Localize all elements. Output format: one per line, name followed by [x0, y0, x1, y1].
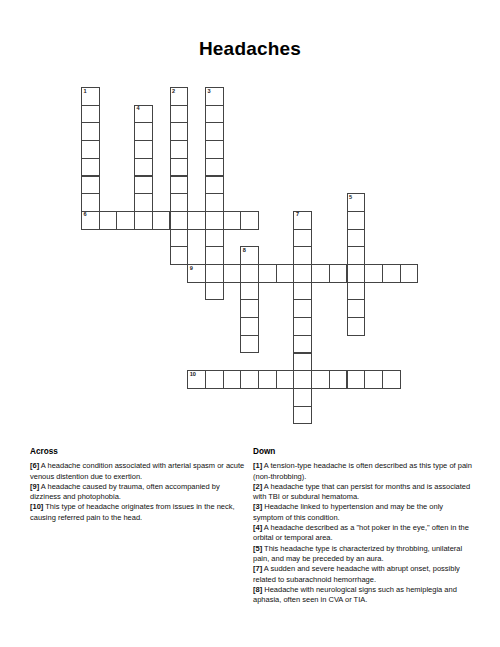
grid-cell-r8c15[interactable] [347, 229, 366, 248]
grid-cell-r8c5[interactable] [170, 229, 189, 248]
grid-cell-r10c6[interactable]: 9 [187, 264, 206, 283]
clue-number-2: 2 [172, 89, 175, 95]
grid-cell-r16c7[interactable] [205, 370, 224, 389]
grid-cell-r12c9[interactable] [240, 299, 259, 318]
grid-cell-r10c12[interactable] [293, 264, 312, 283]
clue-number-7: 7 [296, 212, 299, 218]
grid-cell-r1c3[interactable]: 4 [134, 105, 153, 124]
clue-number-label: [7] [253, 564, 262, 573]
grid-cell-r12c12[interactable] [293, 299, 312, 318]
clue-number-6: 6 [84, 212, 87, 218]
grid-cell-r7c9[interactable] [240, 211, 259, 230]
clue-down-5: [5] This headache type is characterized … [253, 544, 473, 565]
grid-cell-r2c7[interactable] [205, 122, 224, 141]
clue-down-7: [7] A sudden and severe headache with ab… [253, 564, 473, 585]
puzzle-title: Headaches [0, 38, 500, 60]
grid-cell-r3c3[interactable] [134, 140, 153, 159]
grid-cell-r16c13[interactable] [311, 370, 330, 389]
crossword-grid: 12345678910 [81, 87, 419, 425]
grid-cell-r5c3[interactable] [134, 176, 153, 195]
grid-cell-r7c15[interactable] [347, 211, 366, 230]
grid-cell-r13c15[interactable] [347, 317, 366, 336]
crossword-page: Headaches 12345678910 Across [6] A heada… [0, 0, 500, 647]
clue-number-5: 5 [349, 195, 352, 201]
grid-cell-r16c16[interactable] [364, 370, 383, 389]
grid-cell-r13c9[interactable] [240, 317, 259, 336]
grid-cell-r11c9[interactable] [240, 282, 259, 301]
clue-number-8: 8 [243, 248, 246, 254]
grid-cell-r4c0[interactable] [81, 158, 100, 177]
grid-cell-r16c6[interactable]: 10 [187, 370, 206, 389]
clue-number-label: [9] [30, 482, 39, 491]
grid-cell-r16c17[interactable] [382, 370, 401, 389]
grid-cell-r16c8[interactable] [223, 370, 242, 389]
grid-cell-r6c7[interactable] [205, 193, 224, 212]
grid-cell-r10c9[interactable] [240, 264, 259, 283]
grid-cell-r10c7[interactable] [205, 264, 224, 283]
grid-cell-r7c2[interactable] [116, 211, 135, 230]
grid-cell-r10c18[interactable] [400, 264, 419, 283]
grid-cell-r17c12[interactable] [293, 388, 312, 407]
clue-number-label: [6] [30, 461, 39, 470]
grid-cell-r15c12[interactable] [293, 353, 312, 372]
clue-number-9: 9 [190, 266, 193, 272]
grid-cell-r3c5[interactable] [170, 140, 189, 159]
grid-cell-r5c5[interactable] [170, 176, 189, 195]
clue-number-label: [3] [253, 502, 262, 511]
clue-number-10: 10 [190, 372, 196, 378]
grid-cell-r4c7[interactable] [205, 158, 224, 177]
grid-cell-r7c3[interactable] [134, 211, 153, 230]
grid-cell-r7c12[interactable]: 7 [293, 211, 312, 230]
clue-down-8: [8] Headache with neurological signs suc… [253, 585, 473, 606]
clue-across-6: [6] A headache condition associated with… [30, 461, 250, 482]
grid-cell-r9c5[interactable] [170, 246, 189, 265]
grid-cell-r14c12[interactable] [293, 335, 312, 354]
grid-cell-r7c8[interactable] [223, 211, 242, 230]
grid-cell-r10c8[interactable] [223, 264, 242, 283]
grid-cell-r9c15[interactable] [347, 246, 366, 265]
down-clue-list: [1] A tension-type headache is often des… [253, 461, 473, 605]
grid-cell-r16c15[interactable] [347, 370, 366, 389]
across-clues-section: Across [6] A headache condition associat… [30, 447, 250, 523]
grid-cell-r6c0[interactable] [81, 193, 100, 212]
clue-number-3: 3 [207, 89, 210, 95]
clue-down-2: [2] A headache type that can persist for… [253, 482, 473, 503]
clue-across-9: [9] A headache caused by trauma, often a… [30, 482, 250, 503]
across-header: Across [30, 447, 250, 457]
grid-cell-r10c16[interactable] [364, 264, 383, 283]
grid-cell-r3c7[interactable] [205, 140, 224, 159]
clue-down-3: [3] Headache linked to hypertension and … [253, 502, 473, 523]
grid-cell-r10c10[interactable] [258, 264, 277, 283]
clue-number-label: [4] [253, 523, 262, 532]
grid-cell-r7c0[interactable]: 6 [81, 211, 100, 230]
grid-cell-r9c9[interactable]: 8 [240, 246, 259, 265]
grid-cell-r10c14[interactable] [329, 264, 348, 283]
grid-cell-r7c7[interactable] [205, 211, 224, 230]
grid-cell-r2c0[interactable] [81, 122, 100, 141]
grid-cell-r12c15[interactable] [347, 299, 366, 318]
grid-cell-r2c3[interactable] [134, 122, 153, 141]
grid-cell-r1c0[interactable] [81, 105, 100, 124]
grid-cell-r9c12[interactable] [293, 246, 312, 265]
clue-down-4: [4] A headache described as a "hot poker… [253, 523, 473, 544]
grid-cell-r3c0[interactable] [81, 140, 100, 159]
grid-cell-r10c11[interactable] [276, 264, 295, 283]
grid-cell-r9c7[interactable] [205, 246, 224, 265]
clue-number-label: [1] [253, 461, 262, 470]
grid-cell-r7c1[interactable] [99, 211, 118, 230]
clue-number-label: [8] [253, 585, 262, 594]
down-clues-section: Down [1] A tension-type headache is ofte… [253, 447, 473, 605]
grid-cell-r16c12[interactable] [293, 370, 312, 389]
grid-cell-r5c7[interactable] [205, 176, 224, 195]
grid-cell-r6c15[interactable]: 5 [347, 193, 366, 212]
grid-cell-r18c12[interactable] [293, 406, 312, 425]
grid-cell-r6c3[interactable] [134, 193, 153, 212]
grid-cell-r1c7[interactable] [205, 105, 224, 124]
grid-cell-r10c13[interactable] [311, 264, 330, 283]
grid-cell-r6c5[interactable] [170, 193, 189, 212]
grid-cell-r16c11[interactable] [276, 370, 295, 389]
down-header: Down [253, 447, 473, 457]
grid-cell-r4c5[interactable] [170, 158, 189, 177]
clue-number-label: [10] [30, 502, 43, 511]
grid-cell-r0c7[interactable]: 3 [205, 87, 224, 106]
grid-cell-r16c10[interactable] [258, 370, 277, 389]
clue-down-1: [1] A tension-type headache is often des… [253, 461, 473, 482]
clue-across-10: [10] This type of headache originates fr… [30, 502, 250, 523]
across-clue-list: [6] A headache condition associated with… [30, 461, 250, 523]
grid-cell-r7c5[interactable] [170, 211, 189, 230]
grid-cell-r8c12[interactable] [293, 229, 312, 248]
grid-cell-r7c6[interactable] [187, 211, 206, 230]
grid-cell-r16c9[interactable] [240, 370, 259, 389]
grid-cell-r7c4[interactable] [152, 211, 171, 230]
clue-number-label: [5] [253, 544, 262, 553]
grid-cell-r5c0[interactable] [81, 176, 100, 195]
clue-number-label: [2] [253, 482, 262, 491]
clue-number-4: 4 [137, 106, 140, 112]
grid-cell-r16c14[interactable] [329, 370, 348, 389]
grid-cell-r1c5[interactable] [170, 105, 189, 124]
grid-cell-r10c17[interactable] [382, 264, 401, 283]
grid-cell-r0c5[interactable]: 2 [170, 87, 189, 106]
grid-cell-r14c9[interactable] [240, 335, 259, 354]
grid-cell-r10c15[interactable] [347, 264, 366, 283]
grid-cell-r0c0[interactable]: 1 [81, 87, 100, 106]
grid-cell-r11c12[interactable] [293, 282, 312, 301]
clue-number-1: 1 [84, 89, 87, 95]
grid-cell-r13c12[interactable] [293, 317, 312, 336]
grid-cell-r8c7[interactable] [205, 229, 224, 248]
grid-cell-r11c15[interactable] [347, 282, 366, 301]
grid-cell-r2c5[interactable] [170, 122, 189, 141]
grid-cell-r11c7[interactable] [205, 282, 224, 301]
grid-cell-r4c3[interactable] [134, 158, 153, 177]
